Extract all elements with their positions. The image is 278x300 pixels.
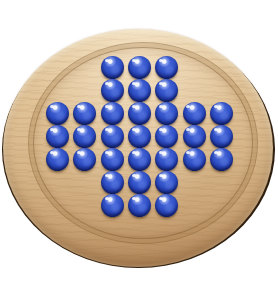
hole-f4 bbox=[180, 125, 207, 148]
marble-f4[interactable] bbox=[183, 125, 206, 148]
hole-e5 bbox=[153, 102, 180, 125]
marble-e1[interactable] bbox=[155, 194, 178, 217]
solitaire-board bbox=[3, 29, 273, 267]
board-surface bbox=[208, 56, 235, 79]
hole-d3 bbox=[126, 148, 153, 171]
marble-a4[interactable] bbox=[46, 125, 69, 148]
board-surface bbox=[71, 79, 98, 102]
hole-c5 bbox=[99, 102, 126, 125]
marble-b5[interactable] bbox=[73, 102, 96, 125]
marble-e7[interactable] bbox=[155, 56, 178, 79]
hole-a4 bbox=[44, 125, 71, 148]
hole-d7 bbox=[126, 56, 153, 79]
hole-b3 bbox=[71, 148, 98, 171]
board-surface bbox=[208, 171, 235, 194]
marble-e4[interactable] bbox=[155, 125, 178, 148]
hole-c2 bbox=[99, 171, 126, 194]
marble-a3[interactable] bbox=[46, 148, 69, 171]
peg-grid bbox=[44, 56, 235, 205]
hole-b5 bbox=[71, 102, 98, 125]
marble-b3[interactable] bbox=[73, 148, 96, 171]
board-surface bbox=[71, 56, 98, 79]
marble-g5[interactable] bbox=[210, 102, 233, 125]
hole-c4 bbox=[99, 125, 126, 148]
hole-d2 bbox=[126, 171, 153, 194]
hole-e4 bbox=[153, 125, 180, 148]
hole-b4 bbox=[71, 125, 98, 148]
marble-c6[interactable] bbox=[101, 79, 124, 102]
marble-d5[interactable] bbox=[128, 102, 151, 125]
hole-e6 bbox=[153, 79, 180, 102]
hole-a5 bbox=[44, 102, 71, 125]
marble-d1[interactable] bbox=[128, 194, 151, 217]
board-surface bbox=[180, 79, 207, 102]
marble-f5[interactable] bbox=[183, 102, 206, 125]
hole-c6 bbox=[99, 79, 126, 102]
board-surface bbox=[44, 171, 71, 194]
marble-c5[interactable] bbox=[101, 102, 124, 125]
hole-d1 bbox=[126, 194, 153, 217]
board-surface bbox=[44, 79, 71, 102]
marble-c1[interactable] bbox=[101, 194, 124, 217]
marble-d7[interactable] bbox=[128, 56, 151, 79]
hole-e1 bbox=[153, 194, 180, 217]
board-surface bbox=[44, 56, 71, 79]
board-surface bbox=[208, 194, 235, 217]
board-surface bbox=[71, 171, 98, 194]
marble-d3[interactable] bbox=[128, 148, 151, 171]
marble-d2[interactable] bbox=[128, 171, 151, 194]
hole-f3 bbox=[180, 148, 207, 171]
hole-e2 bbox=[153, 171, 180, 194]
marble-g3[interactable] bbox=[210, 148, 233, 171]
board-surface bbox=[208, 79, 235, 102]
marble-g4[interactable] bbox=[210, 125, 233, 148]
hole-e3 bbox=[153, 148, 180, 171]
marble-c2[interactable] bbox=[101, 171, 124, 194]
hole-f5 bbox=[180, 102, 207, 125]
hole-a3 bbox=[44, 148, 71, 171]
board-surface bbox=[71, 194, 98, 217]
hole-c1 bbox=[99, 194, 126, 217]
hole-d5 bbox=[126, 102, 153, 125]
hole-c7 bbox=[99, 56, 126, 79]
marble-e3[interactable] bbox=[155, 148, 178, 171]
marble-f3[interactable] bbox=[183, 148, 206, 171]
hole-c3 bbox=[99, 148, 126, 171]
marble-c3[interactable] bbox=[101, 148, 124, 171]
marble-c4[interactable] bbox=[101, 125, 124, 148]
board-surface bbox=[180, 171, 207, 194]
marble-e5[interactable] bbox=[155, 102, 178, 125]
hole-d6 bbox=[126, 79, 153, 102]
marble-a5[interactable] bbox=[46, 102, 69, 125]
marble-d6[interactable] bbox=[128, 79, 151, 102]
hole-g3 bbox=[208, 148, 235, 171]
marble-d4[interactable] bbox=[128, 125, 151, 148]
hole-e7 bbox=[153, 56, 180, 79]
marble-b4[interactable] bbox=[73, 125, 96, 148]
hole-g5 bbox=[208, 102, 235, 125]
board-surface bbox=[180, 194, 207, 217]
hole-g4 bbox=[208, 125, 235, 148]
board-surface bbox=[180, 56, 207, 79]
photo-background bbox=[0, 0, 278, 300]
board-surface bbox=[44, 194, 71, 217]
marble-c7[interactable] bbox=[101, 56, 124, 79]
marble-e6[interactable] bbox=[155, 79, 178, 102]
hole-d4 bbox=[126, 125, 153, 148]
marble-e2[interactable] bbox=[155, 171, 178, 194]
